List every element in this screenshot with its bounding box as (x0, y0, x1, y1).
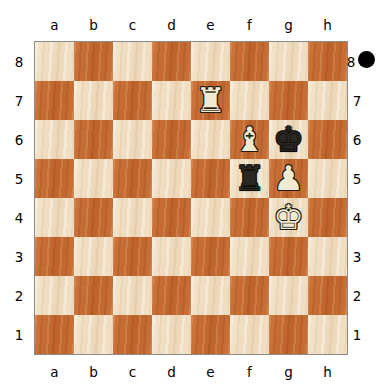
rank-label-3-left: 3 (8, 237, 30, 276)
square-g3[interactable] (269, 237, 308, 276)
file-label-c-bottom: c (113, 363, 152, 381)
file-label-f-bottom: f (230, 363, 269, 381)
black-rook[interactable]: ♜ (234, 161, 264, 195)
square-g6[interactable]: ♚ (269, 120, 308, 159)
file-label-d-top: d (152, 16, 191, 34)
square-b5[interactable] (74, 159, 113, 198)
square-e6[interactable] (191, 120, 230, 159)
white-king[interactable]: ♚ (273, 200, 303, 234)
square-b4[interactable] (74, 198, 113, 237)
square-g5[interactable]: ♟ (269, 159, 308, 198)
square-b7[interactable] (74, 81, 113, 120)
file-label-g-top: g (269, 16, 308, 34)
square-e5[interactable] (191, 159, 230, 198)
rank-label-3-right: 3 (347, 237, 367, 276)
square-g4[interactable]: ♚ (269, 198, 308, 237)
file-label-h-bottom: h (308, 363, 347, 381)
black-king[interactable]: ♚ (273, 122, 303, 156)
file-labels-top: abcdefgh (35, 16, 347, 34)
rank-label-6-right: 6 (347, 120, 367, 159)
square-f1[interactable] (230, 315, 269, 354)
white-bishop[interactable]: ♝ (234, 122, 264, 156)
square-h5[interactable] (308, 159, 347, 198)
square-b8[interactable] (74, 42, 113, 81)
square-e4[interactable] (191, 198, 230, 237)
file-label-c-top: c (113, 16, 152, 34)
square-a2[interactable] (35, 276, 74, 315)
square-c8[interactable] (113, 42, 152, 81)
file-label-a-bottom: a (35, 363, 74, 381)
rank-label-4-left: 4 (8, 198, 30, 237)
square-c1[interactable] (113, 315, 152, 354)
square-d1[interactable] (152, 315, 191, 354)
square-c2[interactable] (113, 276, 152, 315)
square-d4[interactable] (152, 198, 191, 237)
file-labels-bottom: abcdefgh (35, 363, 347, 381)
square-e8[interactable] (191, 42, 230, 81)
file-label-b-top: b (74, 16, 113, 34)
black-to-move-indicator (358, 51, 375, 68)
square-h4[interactable] (308, 198, 347, 237)
white-pawn[interactable]: ♟ (273, 161, 303, 195)
file-label-h-top: h (308, 16, 347, 34)
square-a1[interactable] (35, 315, 74, 354)
rank-label-1-right: 1 (347, 315, 367, 354)
rank-label-5-right: 5 (347, 159, 367, 198)
chess-diagram: abcdefgh 87654321 ♜♝♚♜♟♚ 87654321 abcdef… (0, 0, 392, 387)
rank-labels-right: 87654321 (347, 42, 367, 354)
rank-label-4-right: 4 (347, 198, 367, 237)
square-f7[interactable] (230, 81, 269, 120)
rank-label-1-left: 1 (8, 315, 30, 354)
square-c7[interactable] (113, 81, 152, 120)
square-b2[interactable] (74, 276, 113, 315)
square-g8[interactable] (269, 42, 308, 81)
rank-label-5-left: 5 (8, 159, 30, 198)
square-e7[interactable]: ♜ (191, 81, 230, 120)
square-d8[interactable] (152, 42, 191, 81)
square-h7[interactable] (308, 81, 347, 120)
square-h2[interactable] (308, 276, 347, 315)
file-label-e-top: e (191, 16, 230, 34)
square-g2[interactable] (269, 276, 308, 315)
square-f8[interactable] (230, 42, 269, 81)
rank-label-2-left: 2 (8, 276, 30, 315)
square-d5[interactable] (152, 159, 191, 198)
chess-board[interactable]: ♜♝♚♜♟♚ (35, 42, 347, 354)
square-f6[interactable]: ♝ (230, 120, 269, 159)
square-e2[interactable] (191, 276, 230, 315)
square-a4[interactable] (35, 198, 74, 237)
square-g1[interactable] (269, 315, 308, 354)
square-b6[interactable] (74, 120, 113, 159)
square-h1[interactable] (308, 315, 347, 354)
rank-label-8-left: 8 (8, 42, 30, 81)
square-e3[interactable] (191, 237, 230, 276)
file-label-b-bottom: b (74, 363, 113, 381)
white-rook[interactable]: ♜ (195, 83, 225, 117)
file-label-d-bottom: d (152, 363, 191, 381)
square-c3[interactable] (113, 237, 152, 276)
square-b3[interactable] (74, 237, 113, 276)
file-label-e-bottom: e (191, 363, 230, 381)
square-h6[interactable] (308, 120, 347, 159)
square-a6[interactable] (35, 120, 74, 159)
square-e1[interactable] (191, 315, 230, 354)
square-d6[interactable] (152, 120, 191, 159)
square-a3[interactable] (35, 237, 74, 276)
square-f5[interactable]: ♜ (230, 159, 269, 198)
file-label-f-top: f (230, 16, 269, 34)
square-f4[interactable] (230, 198, 269, 237)
square-c6[interactable] (113, 120, 152, 159)
square-d3[interactable] (152, 237, 191, 276)
square-g7[interactable] (269, 81, 308, 120)
rank-label-6-left: 6 (8, 120, 30, 159)
square-d7[interactable] (152, 81, 191, 120)
rank-label-7-left: 7 (8, 81, 30, 120)
rank-label-2-right: 2 (347, 276, 367, 315)
rank-label-7-right: 7 (347, 81, 367, 120)
square-b1[interactable] (74, 315, 113, 354)
file-label-g-bottom: g (269, 363, 308, 381)
square-a5[interactable] (35, 159, 74, 198)
file-label-a-top: a (35, 16, 74, 34)
square-f3[interactable] (230, 237, 269, 276)
square-h3[interactable] (308, 237, 347, 276)
square-a7[interactable] (35, 81, 74, 120)
square-c5[interactable] (113, 159, 152, 198)
square-f2[interactable] (230, 276, 269, 315)
rank-labels-left: 87654321 (8, 42, 30, 354)
square-a8[interactable] (35, 42, 74, 81)
square-d2[interactable] (152, 276, 191, 315)
square-c4[interactable] (113, 198, 152, 237)
